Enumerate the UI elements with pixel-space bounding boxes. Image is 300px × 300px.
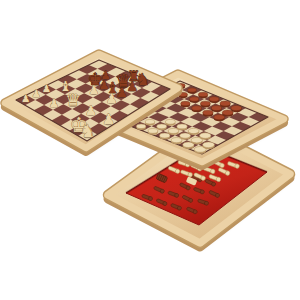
- checker-disc-dark: [220, 101, 230, 107]
- checker-disc-light: [148, 129, 158, 135]
- checker-disc-light: [200, 133, 211, 140]
- chess-piece-white-pawn: ♟: [49, 96, 59, 110]
- checker-disc-light: [168, 128, 178, 134]
- svg-text:♛: ♛: [65, 90, 81, 110]
- checker-disc-dark: [211, 106, 221, 112]
- checker-disc-light: [180, 133, 191, 140]
- chess-piece-white-pawn: ♟: [102, 111, 115, 127]
- checker-disc-dark: [200, 101, 210, 107]
- chess-piece-white-pawn: ♟: [21, 92, 30, 104]
- chess-piece-white-pawn: ♟: [42, 82, 51, 94]
- chess-piece-white-pawn: ♟: [88, 83, 99, 97]
- checker-disc-light: [203, 142, 215, 149]
- checker-disc-light: [165, 119, 175, 125]
- chess-piece-dark-knight: ♞: [135, 70, 150, 89]
- svg-text:♟: ♟: [31, 87, 40, 99]
- product-photo: ♟♟♟♝♟♚♟♛♟♟♝♛♜♟♟♟♟♞♚♞♟: [0, 0, 300, 300]
- checker-disc-dark: [231, 105, 242, 112]
- chess-piece-white-knight: ♞: [80, 121, 96, 141]
- checker-disc-light: [171, 138, 182, 145]
- checker-disc-dark: [214, 115, 225, 122]
- checker-disc-light: [160, 133, 170, 139]
- chess-piece-white-pawn: ♟: [31, 87, 40, 99]
- checker-disc-dark: [192, 106, 202, 112]
- scene-svg: ♟♟♟♝♟♚♟♛♟♟♝♛♜♟♟♟♟♞♚♞♟: [0, 0, 300, 300]
- checker-disc-dark: [222, 110, 233, 117]
- svg-text:♟: ♟: [88, 83, 99, 97]
- checker-disc-dark: [181, 101, 190, 107]
- checker-disc-dark: [188, 88, 197, 94]
- svg-text:♟: ♟: [102, 111, 115, 127]
- svg-text:♟: ♟: [21, 92, 30, 104]
- checker-disc-light: [177, 124, 187, 130]
- checker-disc-light: [157, 124, 167, 130]
- checker-disc-dark: [209, 97, 219, 103]
- checker-disc-dark: [203, 110, 213, 116]
- checker-disc-light: [188, 128, 199, 135]
- svg-text:♞: ♞: [135, 70, 150, 89]
- checker-disc-dark: [198, 92, 207, 98]
- checker-disc-light: [136, 124, 145, 130]
- chess-piece-white-queen: ♛: [65, 90, 81, 110]
- svg-text:♞: ♞: [80, 121, 96, 141]
- svg-text:♟: ♟: [49, 96, 59, 110]
- checker-disc-dark: [190, 97, 199, 103]
- svg-text:♟: ♟: [42, 82, 51, 94]
- checker-disc-light: [145, 120, 154, 126]
